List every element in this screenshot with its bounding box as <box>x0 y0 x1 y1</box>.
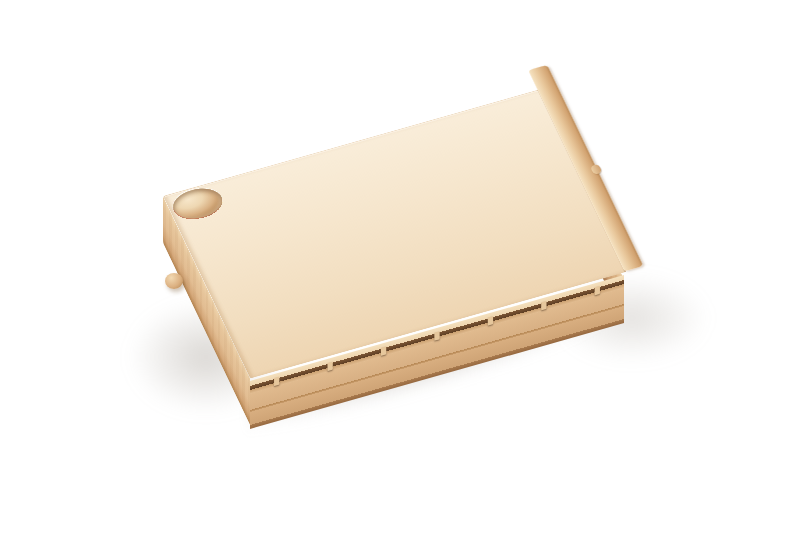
lid-knob <box>165 273 183 289</box>
divider-post <box>488 316 493 326</box>
divider-post <box>434 331 439 341</box>
product-photo <box>0 0 800 533</box>
hole-r6c7 <box>168 184 228 224</box>
divider-post <box>541 301 546 311</box>
cell-r6c7 <box>164 181 232 226</box>
divider-post <box>274 377 279 387</box>
rail-latch <box>590 164 603 175</box>
divider-post <box>381 346 386 356</box>
divider-post <box>327 362 332 372</box>
divider-post <box>595 286 600 296</box>
